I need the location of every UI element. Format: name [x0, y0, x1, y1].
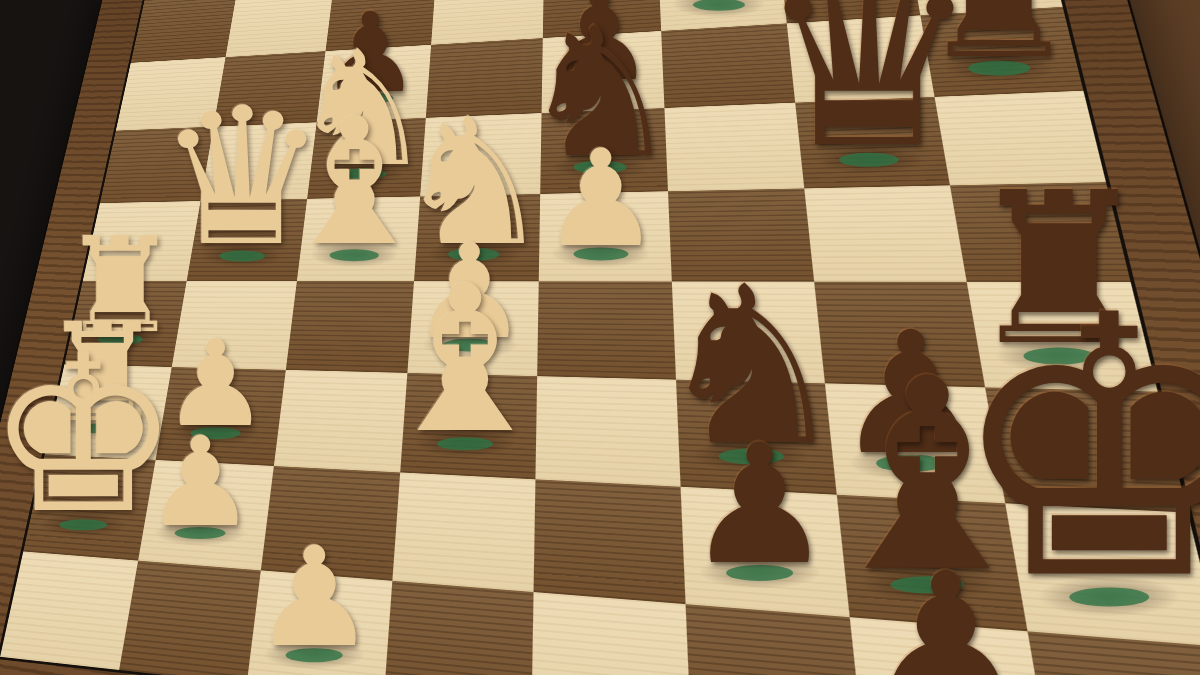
- board-square: [213, 51, 325, 126]
- board-square: [795, 97, 950, 189]
- board-square: [531, 592, 691, 675]
- board-square: [539, 191, 672, 281]
- board-square: [297, 196, 420, 281]
- board-square: [535, 376, 680, 487]
- board-square: [261, 466, 400, 581]
- board-square: [23, 454, 155, 560]
- board-square: [804, 185, 966, 281]
- board-square: [668, 188, 814, 281]
- board-square: [426, 38, 543, 118]
- chess-board: [0, 0, 1200, 675]
- board-square: [787, 15, 935, 102]
- board-square: [534, 479, 686, 604]
- board-square: [825, 383, 1005, 503]
- board-square: [935, 91, 1106, 186]
- board-square: [920, 7, 1083, 97]
- board-square: [187, 199, 307, 281]
- board-square: [414, 194, 540, 281]
- board-square: [661, 23, 795, 108]
- board-square: [542, 31, 665, 113]
- board-square: [138, 460, 274, 570]
- board-square: [201, 122, 317, 201]
- board-square: [676, 380, 837, 495]
- board-square: [45, 364, 172, 460]
- board-square: [1005, 503, 1200, 646]
- board-grid: [0, 0, 1200, 675]
- board-square: [172, 281, 297, 370]
- board-square: [226, 0, 334, 57]
- board-square: [119, 561, 261, 675]
- board-square: [420, 113, 541, 196]
- board-square: [384, 581, 534, 675]
- board-square: [64, 281, 186, 367]
- photo-scene: ♝♜♟♟♞♛♞♛♝♞♟♜♟♜♜♝♟♞♟♚♟♚♝♟♟♟: [0, 0, 1200, 675]
- board-square: [537, 281, 676, 379]
- board-square: [116, 57, 226, 131]
- board-square: [156, 367, 286, 466]
- board-square: [407, 281, 538, 376]
- board-square: [100, 127, 214, 204]
- board-square: [317, 45, 431, 123]
- board-square: [274, 370, 408, 473]
- board-square: [950, 182, 1131, 282]
- board-square: [247, 570, 393, 675]
- board-square: [967, 282, 1158, 392]
- board-square: [83, 201, 201, 281]
- board-square: [326, 0, 437, 51]
- board-square: [664, 103, 804, 192]
- board-square: [392, 472, 535, 592]
- board-square: [286, 281, 414, 373]
- board-square: [681, 487, 850, 617]
- board-square: [307, 118, 426, 199]
- board-square: [985, 387, 1188, 512]
- board-square: [400, 373, 537, 479]
- board-square: [672, 281, 825, 383]
- board-square: [540, 108, 668, 194]
- board-square: [814, 282, 985, 388]
- board-square: [131, 0, 237, 63]
- board-square: [0, 551, 138, 670]
- board-square: [837, 495, 1028, 632]
